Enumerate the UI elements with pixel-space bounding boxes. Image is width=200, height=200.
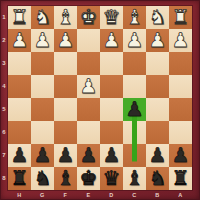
rank-label-1: 1 bbox=[0, 6, 8, 29]
file-label-g: G bbox=[31, 190, 54, 200]
white-pawn[interactable]: ♟ bbox=[172, 29, 190, 52]
black-pawn[interactable]: ♟ bbox=[80, 144, 98, 167]
square-a5[interactable] bbox=[169, 98, 192, 121]
square-g1[interactable]: ♞ bbox=[31, 6, 54, 29]
rank-label-4: 4 bbox=[0, 75, 8, 98]
square-f6[interactable] bbox=[54, 121, 77, 144]
square-b6[interactable] bbox=[146, 121, 169, 144]
square-a1[interactable]: ♜ bbox=[169, 6, 192, 29]
square-a7[interactable]: ♟ bbox=[169, 144, 192, 167]
square-b2[interactable]: ♟ bbox=[146, 29, 169, 52]
file-label-b: B bbox=[146, 190, 169, 200]
square-a4[interactable] bbox=[169, 75, 192, 98]
square-g6[interactable] bbox=[31, 121, 54, 144]
square-f7[interactable]: ♟ bbox=[54, 144, 77, 167]
white-king[interactable]: ♚ bbox=[80, 6, 98, 29]
square-g7[interactable]: ♟ bbox=[31, 144, 54, 167]
square-h8[interactable]: ♜ bbox=[8, 167, 31, 190]
rank-label-7: 7 bbox=[0, 144, 8, 167]
rank-label-6: 6 bbox=[0, 121, 8, 144]
white-pawn[interactable]: ♟ bbox=[34, 29, 52, 52]
black-knight[interactable]: ♞ bbox=[149, 167, 167, 190]
white-pawn[interactable]: ♟ bbox=[126, 29, 144, 52]
square-e2[interactable] bbox=[77, 29, 100, 52]
white-rook[interactable]: ♜ bbox=[172, 6, 190, 29]
white-queen[interactable]: ♛ bbox=[103, 6, 121, 29]
black-rook[interactable]: ♜ bbox=[172, 167, 190, 190]
square-h2[interactable]: ♟ bbox=[8, 29, 31, 52]
square-b8[interactable]: ♞ bbox=[146, 167, 169, 190]
black-pawn[interactable]: ♟ bbox=[172, 144, 190, 167]
rank-label-2: 2 bbox=[0, 29, 8, 52]
black-pawn[interactable]: ♟ bbox=[103, 144, 121, 167]
white-knight[interactable]: ♞ bbox=[149, 6, 167, 29]
square-e3[interactable] bbox=[77, 52, 100, 75]
white-pawn[interactable]: ♟ bbox=[80, 75, 98, 98]
square-c1[interactable]: ♝ bbox=[123, 6, 146, 29]
black-king[interactable]: ♚ bbox=[80, 167, 98, 190]
rank-label-8: 8 bbox=[0, 167, 8, 190]
file-label-d: D bbox=[100, 190, 123, 200]
white-pawn[interactable]: ♟ bbox=[57, 29, 75, 52]
square-g2[interactable]: ♟ bbox=[31, 29, 54, 52]
square-d5[interactable] bbox=[100, 98, 123, 121]
white-rook[interactable]: ♜ bbox=[11, 6, 29, 29]
black-pawn[interactable]: ♟ bbox=[11, 144, 29, 167]
square-h5[interactable] bbox=[8, 98, 31, 121]
board-frame: ♜♞♝♚♛♝♞♜♟♟♟♟♟♟♟♟♟♟♟♟♟♟♟♟♜♞♝♚♛♝♞♜ 1234567… bbox=[0, 0, 200, 200]
square-c5[interactable]: ♟ bbox=[123, 98, 146, 121]
file-label-e: E bbox=[77, 190, 100, 200]
white-pawn[interactable]: ♟ bbox=[149, 29, 167, 52]
square-d7[interactable]: ♟ bbox=[100, 144, 123, 167]
black-pawn[interactable]: ♟ bbox=[34, 144, 52, 167]
square-f4[interactable] bbox=[54, 75, 77, 98]
square-d2[interactable]: ♟ bbox=[100, 29, 123, 52]
rank-label-5: 5 bbox=[0, 98, 8, 121]
square-h7[interactable]: ♟ bbox=[8, 144, 31, 167]
black-knight[interactable]: ♞ bbox=[34, 167, 52, 190]
square-a8[interactable]: ♜ bbox=[169, 167, 192, 190]
square-h3[interactable] bbox=[8, 52, 31, 75]
white-bishop[interactable]: ♝ bbox=[126, 6, 144, 29]
rank-label-3: 3 bbox=[0, 52, 8, 75]
square-e4[interactable]: ♟ bbox=[77, 75, 100, 98]
black-pawn[interactable]: ♟ bbox=[149, 144, 167, 167]
square-b7[interactable]: ♟ bbox=[146, 144, 169, 167]
square-g8[interactable]: ♞ bbox=[31, 167, 54, 190]
square-a3[interactable] bbox=[169, 52, 192, 75]
square-g4[interactable] bbox=[31, 75, 54, 98]
square-c4[interactable] bbox=[123, 75, 146, 98]
square-d4[interactable] bbox=[100, 75, 123, 98]
square-c6[interactable] bbox=[123, 121, 146, 144]
black-rook[interactable]: ♜ bbox=[11, 167, 29, 190]
square-h4[interactable] bbox=[8, 75, 31, 98]
square-b1[interactable]: ♞ bbox=[146, 6, 169, 29]
square-c8[interactable]: ♝ bbox=[123, 167, 146, 190]
square-h6[interactable] bbox=[8, 121, 31, 144]
square-e1[interactable]: ♚ bbox=[77, 6, 100, 29]
square-d8[interactable]: ♛ bbox=[100, 167, 123, 190]
square-d3[interactable] bbox=[100, 52, 123, 75]
square-f1[interactable]: ♝ bbox=[54, 6, 77, 29]
square-h1[interactable]: ♜ bbox=[8, 6, 31, 29]
square-c3[interactable] bbox=[123, 52, 146, 75]
square-c2[interactable]: ♟ bbox=[123, 29, 146, 52]
square-f8[interactable]: ♝ bbox=[54, 167, 77, 190]
white-bishop[interactable]: ♝ bbox=[57, 6, 75, 29]
square-f3[interactable] bbox=[54, 52, 77, 75]
square-a2[interactable]: ♟ bbox=[169, 29, 192, 52]
square-g3[interactable] bbox=[31, 52, 54, 75]
square-g5[interactable] bbox=[31, 98, 54, 121]
square-e5[interactable] bbox=[77, 98, 100, 121]
black-queen[interactable]: ♛ bbox=[103, 167, 121, 190]
square-e7[interactable]: ♟ bbox=[77, 144, 100, 167]
white-knight[interactable]: ♞ bbox=[34, 6, 52, 29]
square-e8[interactable]: ♚ bbox=[77, 167, 100, 190]
black-pawn[interactable]: ♟ bbox=[126, 98, 144, 121]
square-f2[interactable]: ♟ bbox=[54, 29, 77, 52]
square-d1[interactable]: ♛ bbox=[100, 6, 123, 29]
black-bishop[interactable]: ♝ bbox=[57, 167, 75, 190]
square-d6[interactable] bbox=[100, 121, 123, 144]
file-label-a: A bbox=[169, 190, 192, 200]
square-a6[interactable] bbox=[169, 121, 192, 144]
square-b5[interactable] bbox=[146, 98, 169, 121]
square-b4[interactable] bbox=[146, 75, 169, 98]
black-bishop[interactable]: ♝ bbox=[126, 167, 144, 190]
square-c7[interactable] bbox=[123, 144, 146, 167]
square-b3[interactable] bbox=[146, 52, 169, 75]
square-f5[interactable] bbox=[54, 98, 77, 121]
file-label-c: C bbox=[123, 190, 146, 200]
black-pawn[interactable]: ♟ bbox=[57, 144, 75, 167]
white-pawn[interactable]: ♟ bbox=[11, 29, 29, 52]
file-label-f: F bbox=[54, 190, 77, 200]
chess-board: ♜♞♝♚♛♝♞♜♟♟♟♟♟♟♟♟♟♟♟♟♟♟♟♟♜♞♝♚♛♝♞♜ bbox=[8, 6, 192, 190]
file-label-h: H bbox=[8, 190, 31, 200]
square-e6[interactable] bbox=[77, 121, 100, 144]
white-pawn[interactable]: ♟ bbox=[103, 29, 121, 52]
